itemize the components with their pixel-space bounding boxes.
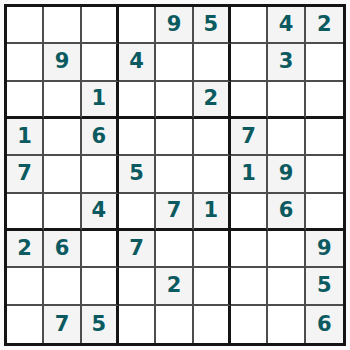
sudoku-cell-r8c3[interactable] [82, 268, 119, 305]
sudoku-cell-r1c7[interactable] [231, 7, 268, 44]
sudoku-cell-r1c9[interactable]: 2 [306, 7, 343, 44]
sudoku-cell-r6c3[interactable]: 4 [82, 194, 119, 231]
page-background: 95429431216775194716267925756 [0, 0, 350, 350]
sudoku-cell-r7c2[interactable]: 6 [44, 231, 81, 268]
sudoku-cell-r2c3[interactable] [82, 44, 119, 81]
sudoku-cell-r5c9[interactable] [306, 156, 343, 193]
sudoku-cell-r6c7[interactable] [231, 194, 268, 231]
sudoku-cell-r3c1[interactable] [7, 82, 44, 119]
sudoku-cell-r6c5[interactable]: 7 [156, 194, 193, 231]
sudoku-cell-r3c6[interactable]: 2 [194, 82, 231, 119]
sudoku-cell-r9c6[interactable] [194, 306, 231, 343]
sudoku-cell-r9c4[interactable] [119, 306, 156, 343]
sudoku-cell-r1c3[interactable] [82, 7, 119, 44]
sudoku-cell-r2c5[interactable] [156, 44, 193, 81]
sudoku-cell-r6c2[interactable] [44, 194, 81, 231]
sudoku-cell-r7c9[interactable]: 9 [306, 231, 343, 268]
sudoku-cell-r8c1[interactable] [7, 268, 44, 305]
sudoku-cell-r5c7[interactable]: 1 [231, 156, 268, 193]
sudoku-cell-r7c7[interactable] [231, 231, 268, 268]
sudoku-cell-r9c1[interactable] [7, 306, 44, 343]
sudoku-cell-r5c4[interactable]: 5 [119, 156, 156, 193]
sudoku-cell-r7c6[interactable] [194, 231, 231, 268]
sudoku-cell-r4c7[interactable]: 7 [231, 119, 268, 156]
sudoku-cell-r1c2[interactable] [44, 7, 81, 44]
sudoku-cell-r3c3[interactable]: 1 [82, 82, 119, 119]
sudoku-cell-r4c3[interactable]: 6 [82, 119, 119, 156]
sudoku-cell-r9c3[interactable]: 5 [82, 306, 119, 343]
sudoku-cell-r6c4[interactable] [119, 194, 156, 231]
sudoku-cell-r5c6[interactable] [194, 156, 231, 193]
sudoku-cell-r2c2[interactable]: 9 [44, 44, 81, 81]
sudoku-cell-r4c4[interactable] [119, 119, 156, 156]
sudoku-cell-r2c4[interactable]: 4 [119, 44, 156, 81]
sudoku-cell-r3c4[interactable] [119, 82, 156, 119]
sudoku-board: 95429431216775194716267925756 [4, 4, 346, 346]
sudoku-cell-r9c8[interactable] [268, 306, 305, 343]
sudoku-cell-r4c5[interactable] [156, 119, 193, 156]
sudoku-cell-r6c1[interactable] [7, 194, 44, 231]
sudoku-cell-r6c6[interactable]: 1 [194, 194, 231, 231]
sudoku-cell-r5c5[interactable] [156, 156, 193, 193]
sudoku-cell-r5c1[interactable]: 7 [7, 156, 44, 193]
sudoku-cell-r2c9[interactable] [306, 44, 343, 81]
sudoku-cell-r1c1[interactable] [7, 7, 44, 44]
sudoku-cell-r7c1[interactable]: 2 [7, 231, 44, 268]
sudoku-cell-r4c6[interactable] [194, 119, 231, 156]
sudoku-cell-r4c1[interactable]: 1 [7, 119, 44, 156]
sudoku-cell-r5c2[interactable] [44, 156, 81, 193]
sudoku-cell-r1c5[interactable]: 9 [156, 7, 193, 44]
sudoku-cell-r3c8[interactable] [268, 82, 305, 119]
sudoku-cell-r1c8[interactable]: 4 [268, 7, 305, 44]
sudoku-cell-r4c9[interactable] [306, 119, 343, 156]
sudoku-cell-r3c9[interactable] [306, 82, 343, 119]
sudoku-cell-r5c3[interactable] [82, 156, 119, 193]
sudoku-cell-r7c4[interactable]: 7 [119, 231, 156, 268]
sudoku-cell-r9c2[interactable]: 7 [44, 306, 81, 343]
sudoku-cell-r3c7[interactable] [231, 82, 268, 119]
sudoku-cell-r1c6[interactable]: 5 [194, 7, 231, 44]
sudoku-cell-r8c4[interactable] [119, 268, 156, 305]
sudoku-cell-r1c4[interactable] [119, 7, 156, 44]
sudoku-cell-r8c8[interactable] [268, 268, 305, 305]
sudoku-cell-r2c1[interactable] [7, 44, 44, 81]
sudoku-cell-r6c9[interactable] [306, 194, 343, 231]
sudoku-cell-r9c7[interactable] [231, 306, 268, 343]
sudoku-cell-r2c6[interactable] [194, 44, 231, 81]
sudoku-cell-r8c2[interactable] [44, 268, 81, 305]
sudoku-cell-r2c8[interactable]: 3 [268, 44, 305, 81]
sudoku-cell-r3c5[interactable] [156, 82, 193, 119]
sudoku-cell-r2c7[interactable] [231, 44, 268, 81]
sudoku-cell-r6c8[interactable]: 6 [268, 194, 305, 231]
sudoku-cell-r5c8[interactable]: 9 [268, 156, 305, 193]
sudoku-cell-r8c5[interactable]: 2 [156, 268, 193, 305]
sudoku-cell-r4c2[interactable] [44, 119, 81, 156]
sudoku-cell-r3c2[interactable] [44, 82, 81, 119]
sudoku-cell-r9c5[interactable] [156, 306, 193, 343]
sudoku-cell-r7c3[interactable] [82, 231, 119, 268]
sudoku-cell-r8c6[interactable] [194, 268, 231, 305]
sudoku-cell-r7c8[interactable] [268, 231, 305, 268]
sudoku-cell-r8c7[interactable] [231, 268, 268, 305]
sudoku-cell-r7c5[interactable] [156, 231, 193, 268]
sudoku-cell-r8c9[interactable]: 5 [306, 268, 343, 305]
sudoku-cell-r9c9[interactable]: 6 [306, 306, 343, 343]
sudoku-cell-r4c8[interactable] [268, 119, 305, 156]
